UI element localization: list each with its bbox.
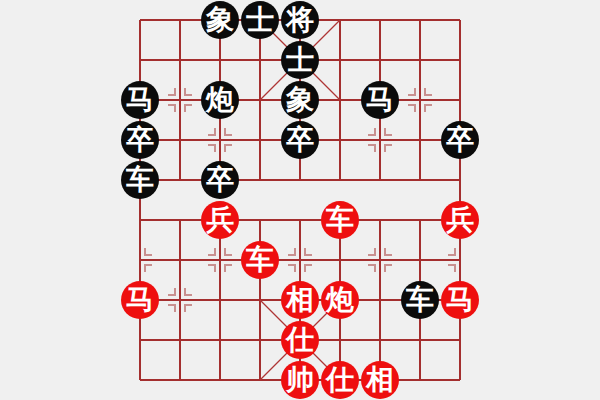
red-advisor[interactable]: 仕 <box>281 321 319 359</box>
black-elephant[interactable]: 象 <box>201 1 239 39</box>
red-horse[interactable]: 马 <box>121 281 159 319</box>
pieces-layer: 象士将士马炮象马卒卒卒车卒兵车兵车马相炮车马仕帅仕相 <box>120 0 480 400</box>
black-soldier[interactable]: 卒 <box>441 121 479 159</box>
red-elephant[interactable]: 相 <box>281 281 319 319</box>
red-general[interactable]: 帅 <box>281 361 319 399</box>
red-cannon[interactable]: 炮 <box>321 281 359 319</box>
red-advisor[interactable]: 仕 <box>321 361 359 399</box>
black-advisor[interactable]: 士 <box>281 41 319 79</box>
app-background: 象士将士马炮象马卒卒卒车卒兵车兵车马相炮车马仕帅仕相 <box>0 0 600 400</box>
black-general[interactable]: 将 <box>281 1 319 39</box>
red-chariot[interactable]: 车 <box>321 201 359 239</box>
black-elephant[interactable]: 象 <box>281 81 319 119</box>
red-soldier[interactable]: 兵 <box>441 201 479 239</box>
red-horse[interactable]: 马 <box>441 281 479 319</box>
black-chariot[interactable]: 车 <box>121 161 159 199</box>
black-chariot[interactable]: 车 <box>401 281 439 319</box>
black-horse[interactable]: 马 <box>121 81 159 119</box>
black-soldier[interactable]: 卒 <box>201 161 239 199</box>
red-soldier[interactable]: 兵 <box>201 201 239 239</box>
black-soldier[interactable]: 卒 <box>281 121 319 159</box>
black-soldier[interactable]: 卒 <box>121 121 159 159</box>
black-horse[interactable]: 马 <box>361 81 399 119</box>
red-elephant[interactable]: 相 <box>361 361 399 399</box>
black-cannon[interactable]: 炮 <box>201 81 239 119</box>
red-chariot[interactable]: 车 <box>241 241 279 279</box>
black-advisor[interactable]: 士 <box>241 1 279 39</box>
